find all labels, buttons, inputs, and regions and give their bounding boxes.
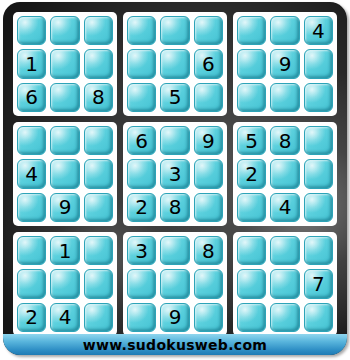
sudoku-box-1-1: 168 xyxy=(13,12,117,116)
cell-r8c8[interactable] xyxy=(270,269,299,298)
cell-r2c1[interactable]: 1 xyxy=(17,49,46,78)
cell-r6c8[interactable]: 4 xyxy=(270,193,299,222)
cell-r8c6[interactable] xyxy=(194,269,223,298)
cell-r8c3[interactable] xyxy=(84,269,113,298)
cell-r2c2[interactable] xyxy=(50,49,79,78)
cell-r7c7[interactable] xyxy=(237,236,266,265)
cell-r1c5[interactable] xyxy=(160,16,189,45)
cell-r5c8[interactable] xyxy=(270,159,299,188)
cell-r4c2[interactable] xyxy=(50,126,79,155)
cell-r9c2[interactable]: 4 xyxy=(50,303,79,332)
cell-r6c7[interactable] xyxy=(237,193,266,222)
cell-r7c4[interactable]: 3 xyxy=(127,236,156,265)
cell-r2c5[interactable] xyxy=(160,49,189,78)
cell-r8c2[interactable] xyxy=(50,269,79,298)
cell-r3c8[interactable] xyxy=(270,83,299,112)
cell-r5c6[interactable] xyxy=(194,159,223,188)
cell-r8c7[interactable] xyxy=(237,269,266,298)
sudoku-box-3-1: 124 xyxy=(13,232,117,336)
sudoku-box-2-3: 5824 xyxy=(233,122,337,226)
cell-r8c5[interactable] xyxy=(160,269,189,298)
cell-r5c2[interactable] xyxy=(50,159,79,188)
cell-r7c8[interactable] xyxy=(270,236,299,265)
cell-r3c4[interactable] xyxy=(127,83,156,112)
cell-r5c1[interactable]: 4 xyxy=(17,159,46,188)
cell-r1c4[interactable] xyxy=(127,16,156,45)
cell-r6c9[interactable] xyxy=(304,193,333,222)
cell-r8c1[interactable] xyxy=(17,269,46,298)
cell-r1c1[interactable] xyxy=(17,16,46,45)
cell-r1c2[interactable] xyxy=(50,16,79,45)
cell-r4c3[interactable] xyxy=(84,126,113,155)
cell-r8c9[interactable]: 7 xyxy=(304,269,333,298)
footer-bar: www.sudokusweb.com xyxy=(3,334,347,355)
sudoku-box-1-3: 49 xyxy=(233,12,337,116)
cell-r9c8[interactable] xyxy=(270,303,299,332)
cell-r9c4[interactable] xyxy=(127,303,156,332)
cell-r5c4[interactable] xyxy=(127,159,156,188)
sudoku-box-3-3: 7 xyxy=(233,232,337,336)
cell-r3c2[interactable] xyxy=(50,83,79,112)
cell-r4c4[interactable]: 6 xyxy=(127,126,156,155)
cell-r1c7[interactable] xyxy=(237,16,266,45)
cell-r9c1[interactable]: 2 xyxy=(17,303,46,332)
cell-r9c6[interactable] xyxy=(194,303,223,332)
cell-r2c3[interactable] xyxy=(84,49,113,78)
cell-r5c5[interactable]: 3 xyxy=(160,159,189,188)
cell-r4c7[interactable]: 5 xyxy=(237,126,266,155)
cell-r1c3[interactable] xyxy=(84,16,113,45)
cell-r4c6[interactable]: 9 xyxy=(194,126,223,155)
cell-r6c5[interactable]: 8 xyxy=(160,193,189,222)
cell-r6c6[interactable] xyxy=(194,193,223,222)
cell-r5c3[interactable] xyxy=(84,159,113,188)
cell-r9c9[interactable] xyxy=(304,303,333,332)
cell-r4c8[interactable]: 8 xyxy=(270,126,299,155)
cell-r1c9[interactable]: 4 xyxy=(304,16,333,45)
cell-r2c9[interactable] xyxy=(304,49,333,78)
cell-r7c9[interactable] xyxy=(304,236,333,265)
cell-r4c1[interactable] xyxy=(17,126,46,155)
cell-r2c6[interactable]: 6 xyxy=(194,49,223,78)
cell-r5c9[interactable] xyxy=(304,159,333,188)
cell-r9c3[interactable] xyxy=(84,303,113,332)
sudoku-box-3-2: 389 xyxy=(123,232,227,336)
cell-r1c6[interactable] xyxy=(194,16,223,45)
cell-r4c5[interactable] xyxy=(160,126,189,155)
cell-r7c3[interactable] xyxy=(84,236,113,265)
cell-r6c1[interactable] xyxy=(17,193,46,222)
cell-r6c4[interactable]: 2 xyxy=(127,193,156,222)
cell-r3c3[interactable]: 8 xyxy=(84,83,113,112)
cell-r2c4[interactable] xyxy=(127,49,156,78)
cell-r6c2[interactable]: 9 xyxy=(50,193,79,222)
cell-r7c1[interactable] xyxy=(17,236,46,265)
cell-r5c7[interactable]: 2 xyxy=(237,159,266,188)
cell-r4c9[interactable] xyxy=(304,126,333,155)
cell-r7c6[interactable]: 8 xyxy=(194,236,223,265)
cell-r3c9[interactable] xyxy=(304,83,333,112)
sudoku-board: 1686549496932858241243897 xyxy=(13,12,337,336)
cell-r3c5[interactable]: 5 xyxy=(160,83,189,112)
cell-r2c8[interactable]: 9 xyxy=(270,49,299,78)
cell-r6c3[interactable] xyxy=(84,193,113,222)
cell-r9c7[interactable] xyxy=(237,303,266,332)
cell-r2c7[interactable] xyxy=(237,49,266,78)
sudoku-box-1-2: 65 xyxy=(123,12,227,116)
website-url[interactable]: www.sudokusweb.com xyxy=(83,337,267,353)
board-frame: 1686549496932858241243897 www.sudokusweb… xyxy=(3,2,347,355)
cell-r8c4[interactable] xyxy=(127,269,156,298)
cell-r7c2[interactable]: 1 xyxy=(50,236,79,265)
sudoku-box-2-2: 69328 xyxy=(123,122,227,226)
sudoku-box-2-1: 49 xyxy=(13,122,117,226)
cell-r3c7[interactable] xyxy=(237,83,266,112)
cell-r9c5[interactable]: 9 xyxy=(160,303,189,332)
cell-r3c6[interactable] xyxy=(194,83,223,112)
cell-r1c8[interactable] xyxy=(270,16,299,45)
cell-r3c1[interactable]: 6 xyxy=(17,83,46,112)
cell-r7c5[interactable] xyxy=(160,236,189,265)
